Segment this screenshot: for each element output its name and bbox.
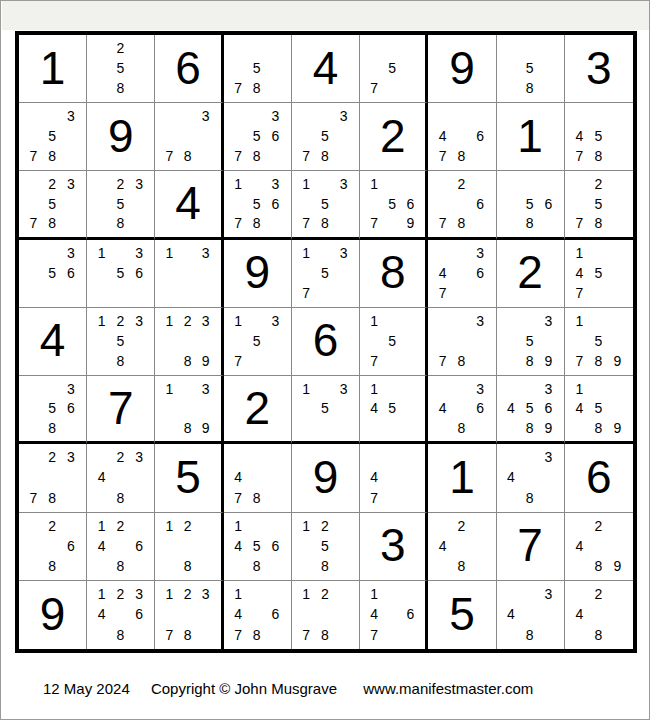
candidate-5: 5 <box>111 58 130 78</box>
candidate-1: 1 <box>365 174 383 193</box>
cell-r1c1[interactable]: 1 <box>19 35 87 103</box>
candidate-1 <box>570 106 589 126</box>
cell-r8c4[interactable]: 14568 <box>224 513 292 581</box>
candidate-4: 4 <box>229 467 248 487</box>
candidate-3: 3 <box>471 379 490 398</box>
candidate-4: 4 <box>229 536 248 556</box>
cell-r6c5[interactable]: 135 <box>292 376 360 444</box>
candidate-8 <box>383 351 401 371</box>
candidate-7 <box>570 625 589 645</box>
cell-r9c5[interactable]: 1278 <box>292 581 360 649</box>
candidate-1 <box>502 174 521 193</box>
cell-r3c7[interactable]: 2678 <box>428 171 496 239</box>
candidate-4: 4 <box>502 604 521 624</box>
pencil-marks: 12358 <box>87 308 154 375</box>
candidate-4: 4 <box>502 467 521 487</box>
cell-r7c6[interactable]: 47 <box>360 444 428 512</box>
cell-r6c9[interactable]: 14589 <box>565 376 633 444</box>
candidate-6: 6 <box>401 194 419 213</box>
candidate-7 <box>433 418 452 437</box>
cell-r7c3[interactable]: 5 <box>155 444 223 512</box>
cell-r1c7[interactable]: 9 <box>428 35 496 103</box>
cell-r4c6[interactable]: 8 <box>360 240 428 308</box>
candidate-1 <box>502 38 521 58</box>
cell-r9c2[interactable]: 123468 <box>87 581 155 649</box>
candidate-5: 5 <box>111 263 130 283</box>
candidate-5 <box>111 604 130 624</box>
candidate-2 <box>383 584 401 604</box>
candidate-5: 5 <box>247 331 266 351</box>
cell-r7c4[interactable]: 478 <box>224 444 292 512</box>
candidate-8: 8 <box>111 487 130 507</box>
cell-r8c7[interactable]: 248 <box>428 513 496 581</box>
candidate-4: 4 <box>570 263 589 283</box>
candidate-9 <box>471 418 490 437</box>
candidate-2 <box>247 516 266 536</box>
cell-r5c6[interactable]: 157 <box>360 308 428 376</box>
pencil-marks: 356 <box>19 240 86 307</box>
candidate-9 <box>539 78 558 98</box>
pencil-marks: 14678 <box>224 581 291 649</box>
candidate-3 <box>608 379 627 398</box>
candidate-4 <box>24 467 43 487</box>
candidate-3 <box>471 174 490 193</box>
cell-r2c6[interactable]: 2 <box>360 103 428 171</box>
candidate-7 <box>160 418 178 437</box>
cell-r8c2[interactable]: 12468 <box>87 513 155 581</box>
cell-r4c8[interactable]: 2 <box>497 240 565 308</box>
candidate-4: 4 <box>365 467 383 487</box>
candidate-6: 6 <box>266 604 285 624</box>
candidate-8: 8 <box>589 556 608 576</box>
candidate-9 <box>130 78 149 98</box>
candidate-6 <box>334 194 353 213</box>
candidate-5: 5 <box>383 194 401 213</box>
cell-r9c4[interactable]: 14678 <box>224 581 292 649</box>
solved-digit: 6 <box>175 45 201 91</box>
solved-digit: 6 <box>313 317 339 363</box>
cell-r4c9[interactable]: 1457 <box>565 240 633 308</box>
candidate-8: 8 <box>111 213 130 232</box>
candidate-3 <box>266 516 285 536</box>
cell-r8c6[interactable]: 3 <box>360 513 428 581</box>
candidate-8: 8 <box>520 213 539 232</box>
cell-r8c1[interactable]: 268 <box>19 513 87 581</box>
candidate-3 <box>608 584 627 604</box>
candidate-9 <box>471 146 490 166</box>
cell-r5c8[interactable]: 3589 <box>497 308 565 376</box>
candidate-7 <box>24 556 43 576</box>
candidate-1 <box>433 379 452 398</box>
cell-r9c8[interactable]: 348 <box>497 581 565 649</box>
candidate-7 <box>570 418 589 437</box>
candidate-9 <box>266 213 285 232</box>
candidate-2: 2 <box>179 584 197 604</box>
candidate-2: 2 <box>452 174 471 193</box>
candidate-1 <box>365 38 383 58</box>
cell-r5c3[interactable]: 12389 <box>155 308 223 376</box>
candidate-2 <box>43 106 62 126</box>
solved-digit: 1 <box>517 113 543 159</box>
candidate-3: 3 <box>130 311 149 331</box>
candidate-7 <box>160 351 178 371</box>
candidate-9: 9 <box>608 418 627 437</box>
candidate-3 <box>197 516 215 536</box>
candidate-1 <box>502 379 521 398</box>
candidate-7 <box>570 556 589 576</box>
pencil-marks: 128 <box>155 513 220 580</box>
cell-r2c2[interactable]: 9 <box>87 103 155 171</box>
candidate-9 <box>471 556 490 576</box>
candidate-2: 2 <box>111 311 130 331</box>
candidate-9 <box>539 213 558 232</box>
candidate-3: 3 <box>130 174 149 193</box>
candidate-2: 2 <box>43 174 62 193</box>
candidate-6: 6 <box>539 399 558 418</box>
cell-r9c6[interactable]: 1467 <box>360 581 428 649</box>
cell-r4c4[interactable]: 9 <box>224 240 292 308</box>
candidate-7 <box>160 283 178 303</box>
candidate-3: 3 <box>266 311 285 331</box>
pencil-marks: 13 <box>155 240 220 307</box>
cell-r5c1[interactable]: 4 <box>19 308 87 376</box>
candidate-2 <box>383 311 401 331</box>
candidate-3: 3 <box>266 106 285 126</box>
candidate-1 <box>433 516 452 536</box>
candidate-8 <box>316 283 335 303</box>
cell-r6c2[interactable]: 7 <box>87 376 155 444</box>
candidate-6 <box>197 331 215 351</box>
cell-r6c8[interactable]: 345689 <box>497 376 565 444</box>
candidate-8: 8 <box>43 556 62 576</box>
candidate-3: 3 <box>61 174 80 193</box>
candidate-3: 3 <box>61 447 80 467</box>
cell-r1c8[interactable]: 58 <box>497 35 565 103</box>
cell-r7c1[interactable]: 2378 <box>19 444 87 512</box>
candidate-5: 5 <box>316 126 335 146</box>
candidate-4 <box>502 58 521 78</box>
candidate-9 <box>197 283 215 303</box>
candidate-7 <box>297 418 316 437</box>
cell-r9c7[interactable]: 5 <box>428 581 496 649</box>
candidate-8: 8 <box>247 487 266 507</box>
solved-digit: 5 <box>449 591 475 637</box>
cell-r5c4[interactable]: 1357 <box>224 308 292 376</box>
candidate-7 <box>365 418 383 437</box>
candidate-8: 8 <box>111 625 130 645</box>
candidate-7 <box>502 351 521 371</box>
candidate-2: 2 <box>111 516 130 536</box>
candidate-1: 1 <box>297 243 316 263</box>
cell-r1c5[interactable]: 4 <box>292 35 360 103</box>
pencil-marks: 248 <box>565 581 633 649</box>
pencil-marks: 1467 <box>360 581 425 649</box>
candidate-8: 8 <box>520 78 539 98</box>
cell-r5c5[interactable]: 6 <box>292 308 360 376</box>
cell-r6c1[interactable]: 3568 <box>19 376 87 444</box>
candidate-6 <box>539 467 558 487</box>
solved-digit: 4 <box>313 45 339 91</box>
candidate-1 <box>570 516 589 536</box>
cell-r5c7[interactable]: 378 <box>428 308 496 376</box>
pencil-marks: 348 <box>497 444 564 511</box>
cell-r4c7[interactable]: 3467 <box>428 240 496 308</box>
candidate-4 <box>297 604 316 624</box>
pencil-marks: 2578 <box>565 171 633 236</box>
candidate-4: 4 <box>502 399 521 418</box>
candidate-3 <box>608 311 627 331</box>
candidate-8: 8 <box>520 487 539 507</box>
cell-r2c4[interactable]: 35678 <box>224 103 292 171</box>
candidate-7: 7 <box>365 213 383 232</box>
candidate-5 <box>111 536 130 556</box>
candidate-2 <box>43 243 62 263</box>
candidate-7: 7 <box>229 78 248 98</box>
candidate-5 <box>452 194 471 213</box>
cell-r3c9[interactable]: 2578 <box>565 171 633 239</box>
cell-r9c3[interactable]: 12378 <box>155 581 223 649</box>
candidate-4: 4 <box>433 126 452 146</box>
candidate-3: 3 <box>539 447 558 467</box>
cell-r3c6[interactable]: 15679 <box>360 171 428 239</box>
cell-r3c3[interactable]: 4 <box>155 171 223 239</box>
candidate-1: 1 <box>160 311 178 331</box>
candidate-4: 4 <box>570 604 589 624</box>
solved-digit: 9 <box>244 249 270 295</box>
candidate-1 <box>433 311 452 331</box>
cell-r8c8[interactable]: 7 <box>497 513 565 581</box>
candidate-8: 8 <box>179 351 197 371</box>
pencil-marks: 2489 <box>565 513 633 580</box>
candidate-8 <box>383 418 401 437</box>
candidate-2: 2 <box>452 516 471 536</box>
cell-r7c7[interactable]: 1 <box>428 444 496 512</box>
candidate-7 <box>502 625 521 645</box>
pencil-marks: 3568 <box>19 376 86 441</box>
candidate-1: 1 <box>365 379 383 398</box>
candidate-7: 7 <box>570 213 589 232</box>
cell-r2c9[interactable]: 4578 <box>565 103 633 171</box>
candidate-6 <box>608 536 627 556</box>
candidate-8 <box>179 283 197 303</box>
cell-r2c7[interactable]: 4678 <box>428 103 496 171</box>
cell-r1c9[interactable]: 3 <box>565 35 633 103</box>
candidate-5 <box>383 604 401 624</box>
candidate-2 <box>316 106 335 126</box>
cell-r7c9[interactable]: 6 <box>565 444 633 512</box>
cell-r7c8[interactable]: 348 <box>497 444 565 512</box>
cell-r2c3[interactable]: 378 <box>155 103 223 171</box>
candidate-4 <box>24 263 43 283</box>
cell-r3c1[interactable]: 23578 <box>19 171 87 239</box>
candidate-7: 7 <box>229 625 248 645</box>
candidate-2 <box>520 38 539 58</box>
candidate-1 <box>229 38 248 58</box>
pencil-marks: 3578 <box>19 103 86 170</box>
candidate-7 <box>433 556 452 576</box>
candidate-7: 7 <box>24 487 43 507</box>
candidate-7: 7 <box>229 146 248 166</box>
candidate-3: 3 <box>471 311 490 331</box>
solved-digit: 9 <box>449 45 475 91</box>
candidate-9 <box>539 625 558 645</box>
cell-r9c1[interactable]: 9 <box>19 581 87 649</box>
candidate-6: 6 <box>539 194 558 213</box>
candidate-2 <box>520 584 539 604</box>
cell-r3c4[interactable]: 135678 <box>224 171 292 239</box>
candidate-7: 7 <box>229 213 248 232</box>
cell-r7c2[interactable]: 2348 <box>87 444 155 512</box>
candidate-3 <box>539 38 558 58</box>
candidate-9 <box>266 487 285 507</box>
cell-r4c3[interactable]: 13 <box>155 240 223 308</box>
candidate-3 <box>608 174 627 193</box>
candidate-5: 5 <box>520 194 539 213</box>
pencil-marks: 1357 <box>292 240 359 307</box>
candidate-6 <box>539 604 558 624</box>
candidate-8 <box>316 418 335 437</box>
candidate-2: 2 <box>589 174 608 193</box>
candidate-9 <box>61 213 80 232</box>
candidate-3 <box>266 447 285 467</box>
candidate-9 <box>130 283 149 303</box>
cell-r1c4[interactable]: 578 <box>224 35 292 103</box>
pencil-marks: 1278 <box>292 581 359 649</box>
candidate-5 <box>247 467 266 487</box>
candidate-7 <box>502 213 521 232</box>
candidate-9 <box>401 351 419 371</box>
candidate-8: 8 <box>247 78 266 98</box>
candidate-2 <box>247 584 266 604</box>
cell-r5c9[interactable]: 15789 <box>565 308 633 376</box>
candidate-9 <box>539 487 558 507</box>
candidate-1 <box>433 106 452 126</box>
candidate-6 <box>471 536 490 556</box>
cell-r6c4[interactable]: 2 <box>224 376 292 444</box>
candidate-4 <box>24 399 43 418</box>
cell-r4c5[interactable]: 1357 <box>292 240 360 308</box>
candidate-8 <box>383 78 401 98</box>
candidate-1 <box>24 243 43 263</box>
cell-r2c5[interactable]: 3578 <box>292 103 360 171</box>
candidate-6 <box>130 467 149 487</box>
candidate-6 <box>608 331 627 351</box>
candidate-5 <box>179 536 197 556</box>
cell-r8c5[interactable]: 1258 <box>292 513 360 581</box>
candidate-2 <box>520 379 539 398</box>
cell-r1c2[interactable]: 258 <box>87 35 155 103</box>
candidate-1 <box>24 447 43 467</box>
candidate-1: 1 <box>570 379 589 398</box>
cell-r4c1[interactable]: 356 <box>19 240 87 308</box>
candidate-8: 8 <box>179 556 197 576</box>
candidate-2 <box>520 447 539 467</box>
cell-r3c8[interactable]: 568 <box>497 171 565 239</box>
candidate-1: 1 <box>92 584 111 604</box>
candidate-1 <box>24 516 43 536</box>
candidate-3: 3 <box>61 106 80 126</box>
cell-r5c2[interactable]: 12358 <box>87 308 155 376</box>
cell-r8c9[interactable]: 2489 <box>565 513 633 581</box>
candidate-1: 1 <box>229 174 248 193</box>
candidate-8 <box>383 487 401 507</box>
candidate-3: 3 <box>334 379 353 398</box>
candidate-6 <box>401 467 419 487</box>
candidate-8 <box>589 283 608 303</box>
candidate-9 <box>61 146 80 166</box>
pencil-marks: 57 <box>360 35 425 102</box>
candidate-1: 1 <box>160 516 178 536</box>
cell-r6c6[interactable]: 145 <box>360 376 428 444</box>
candidate-1: 1 <box>229 584 248 604</box>
cell-r6c7[interactable]: 3468 <box>428 376 496 444</box>
candidate-3 <box>61 516 80 536</box>
candidate-5 <box>520 604 539 624</box>
cell-r3c2[interactable]: 2358 <box>87 171 155 239</box>
candidate-7: 7 <box>229 487 248 507</box>
candidate-7 <box>92 487 111 507</box>
candidate-6 <box>471 331 490 351</box>
candidate-6 <box>266 58 285 78</box>
candidate-5 <box>383 467 401 487</box>
candidate-3: 3 <box>197 106 215 126</box>
cell-r4c2[interactable]: 1356 <box>87 240 155 308</box>
pencil-marks: 478 <box>224 444 291 511</box>
candidate-6 <box>266 331 285 351</box>
candidate-1: 1 <box>160 379 178 398</box>
cell-r8c3[interactable]: 128 <box>155 513 223 581</box>
candidate-3: 3 <box>539 379 558 398</box>
candidate-7: 7 <box>433 283 452 303</box>
candidate-4 <box>160 604 178 624</box>
candidate-6 <box>539 58 558 78</box>
candidate-3 <box>401 447 419 467</box>
candidate-8: 8 <box>179 146 197 166</box>
candidate-1 <box>229 106 248 126</box>
cell-r1c3[interactable]: 6 <box>155 35 223 103</box>
candidate-3: 3 <box>539 584 558 604</box>
candidate-9 <box>61 283 80 303</box>
candidate-5: 5 <box>589 399 608 418</box>
cell-r2c1[interactable]: 3578 <box>19 103 87 171</box>
candidate-3: 3 <box>130 447 149 467</box>
candidate-4: 4 <box>92 536 111 556</box>
solved-digit: 5 <box>175 454 201 500</box>
candidate-4 <box>433 194 452 213</box>
candidate-9: 9 <box>608 351 627 371</box>
cell-r6c3[interactable]: 1389 <box>155 376 223 444</box>
candidate-2: 2 <box>179 516 197 536</box>
candidate-5: 5 <box>247 126 266 146</box>
candidate-6 <box>334 126 353 146</box>
pencil-marks: 15679 <box>360 171 425 236</box>
candidate-1 <box>570 584 589 604</box>
cell-r2c8[interactable]: 1 <box>497 103 565 171</box>
candidate-2 <box>452 106 471 126</box>
candidate-2 <box>452 243 471 263</box>
cell-r1c6[interactable]: 57 <box>360 35 428 103</box>
candidate-9 <box>334 146 353 166</box>
candidate-6: 6 <box>471 399 490 418</box>
candidate-9 <box>130 556 149 576</box>
cell-r9c9[interactable]: 248 <box>565 581 633 649</box>
cell-r7c5[interactable]: 9 <box>292 444 360 512</box>
pencil-marks: 3468 <box>428 376 495 441</box>
cell-r3c5[interactable]: 13578 <box>292 171 360 239</box>
candidate-2 <box>247 106 266 126</box>
candidate-3 <box>401 379 419 398</box>
pencil-marks: 4578 <box>565 103 633 170</box>
